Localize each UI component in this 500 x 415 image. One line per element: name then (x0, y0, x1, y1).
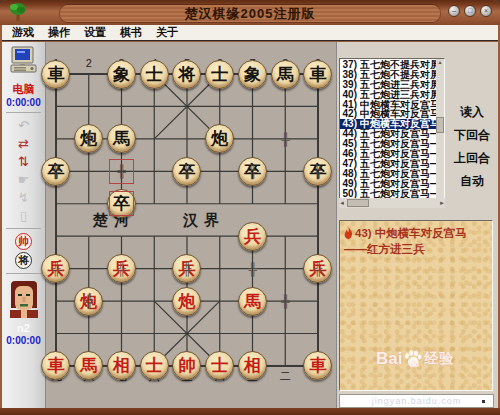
move-label: 五七炮进三兵对屏 (360, 80, 436, 90)
move-number: 50) (340, 189, 357, 199)
red-general-badge[interactable]: 帅 (15, 233, 32, 250)
close-button[interactable]: × (480, 5, 492, 17)
player-name: n2 (2, 322, 45, 335)
minimize-button[interactable]: – (448, 5, 460, 17)
piece-象-black[interactable]: 象 (238, 60, 267, 89)
point-marker-icon: ╬ (84, 133, 93, 145)
move-label: 中炮横车对反宫马 (360, 109, 436, 119)
move-label: 五七炮对反宫马— (360, 159, 436, 169)
move-label: 五七炮对反宫马— (360, 189, 436, 199)
piece-相-red[interactable]: 相 (238, 351, 267, 380)
computer-icon (2, 42, 45, 80)
window-bottom-border (0, 408, 500, 415)
point-marker-icon: ╬ (248, 263, 257, 275)
url-watermark-bar[interactable]: jingyan.baidu.com (339, 394, 494, 408)
last-move-highlight (109, 191, 134, 216)
move-label: 五七炮不提兵对屏 (360, 70, 436, 80)
piece-相-red[interactable]: 相 (107, 351, 136, 380)
right-panel: 37)五七炮不提兵对屏38)五七炮不提兵对屏39)五七炮进三兵对屏40)五七炮进… (337, 42, 498, 408)
point-marker-icon: ╬ (281, 133, 290, 145)
load-button[interactable]: 读入 (447, 104, 497, 121)
menu-about[interactable]: 关于 (156, 25, 192, 40)
point-marker-icon: ╬ (314, 165, 323, 177)
prev-round-button[interactable]: 上回合 (447, 150, 497, 167)
lightning-icon[interactable]: ↯ (18, 191, 29, 206)
menu-settings[interactable]: 设置 (84, 25, 120, 40)
piece-馬-red[interactable]: 馬 (238, 287, 267, 316)
undo-icon[interactable]: ↶ (18, 119, 29, 134)
piece-馬-black[interactable]: 馬 (271, 60, 300, 89)
move-label: 五七炮对反宫马— (360, 169, 436, 179)
page-icon[interactable]: ▯ (20, 209, 27, 224)
piece-士-red[interactable]: 士 (205, 351, 234, 380)
comment-panel: 43) 中炮横车对反宫马——红方进三兵 Bai du (339, 220, 493, 391)
piece-将-black[interactable]: 将 (172, 60, 201, 89)
point-marker-icon: ╬ (52, 165, 61, 177)
dot-mark (482, 400, 485, 403)
auto-button[interactable]: 自动 (447, 173, 497, 190)
flame-icon (344, 227, 353, 242)
piece-象-black[interactable]: 象 (107, 60, 136, 89)
piece-炮-red[interactable]: 炮 (172, 287, 201, 316)
player-timer: 0:00:00 (2, 335, 45, 346)
piece-士-black[interactable]: 士 (140, 60, 169, 89)
baidu-paw-icon: du (403, 349, 423, 369)
url-watermark-text: jingyan.baidu.com (372, 396, 462, 406)
player-avatar (2, 278, 45, 322)
move-label: 五七炮对反宫马— (360, 139, 436, 149)
piece-馬-red[interactable]: 馬 (74, 351, 103, 380)
baidu-watermark: Bai du 经验 (376, 349, 454, 369)
board-grid: ╬╬╬╬╬╬╬╬╬╬╬╬╬╬車象士将士象馬車炮馬炮卒卒卒卒卒兵兵兵兵兵炮炮馬車馬… (40, 58, 335, 382)
piece-車-red[interactable]: 車 (303, 351, 332, 380)
up-down-icon[interactable]: ⇅ (18, 155, 29, 170)
piece-炮-black[interactable]: 炮 (205, 124, 234, 153)
point-marker-icon: ╬ (281, 295, 290, 307)
move-label: 中炮横车对反宫马 (360, 100, 436, 110)
xiangqi-board[interactable]: 123456789 九八七六五四三二一 楚河 汉界 ╬╬╬╬╬╬╬╬╬╬╬╬╬╬… (46, 42, 337, 408)
point-marker-icon: ╬ (314, 263, 323, 275)
divider (6, 112, 41, 113)
toolbar-icons: ↶ ⇄ ⇅ ☛ ↯ ▯ (2, 117, 45, 224)
app-window: 楚汉棋缘2005注册版 – □ × 游戏 操作 设置 棋书 关于 (0, 0, 500, 415)
point-marker-icon: ╬ (183, 263, 192, 275)
computer-label: 电脑 (2, 82, 45, 97)
scroll-left-icon[interactable]: ◄ (339, 200, 345, 206)
piece-車-red[interactable]: 車 (41, 351, 70, 380)
piece-車-black[interactable]: 車 (303, 60, 332, 89)
move-row[interactable]: 50)五七炮对反宫马— (340, 189, 436, 199)
divider (6, 273, 41, 274)
menu-game[interactable]: 游戏 (12, 25, 48, 40)
piece-士-red[interactable]: 士 (140, 351, 169, 380)
last-move-highlight (109, 159, 134, 184)
move-label: 五七炮对反宫马— (360, 179, 436, 189)
maximize-button[interactable]: □ (464, 5, 476, 17)
window-title: 楚汉棋缘2005注册版 (0, 5, 500, 23)
scrollbar-thumb[interactable] (347, 199, 369, 207)
point-marker-icon: ╬ (248, 165, 257, 177)
menu-chessbook[interactable]: 棋书 (120, 25, 156, 40)
piece-車-black[interactable]: 車 (41, 60, 70, 89)
move-label: 五七炮不提兵对屏 (360, 60, 436, 70)
piece-士-black[interactable]: 士 (205, 60, 234, 89)
move-label: 五七炮对反宫马— (360, 149, 436, 159)
point-marker-icon: ╬ (183, 165, 192, 177)
scroll-up-icon[interactable]: ▲ (436, 59, 444, 65)
black-general-badge[interactable]: 将 (15, 252, 32, 269)
point-marker-icon: ╬ (117, 263, 126, 275)
next-round-button[interactable]: 下回合 (447, 127, 497, 144)
piece-帥-red[interactable]: 帥 (172, 351, 201, 380)
piece-馬-black[interactable]: 馬 (107, 124, 136, 153)
horizontal-scrollbar[interactable]: ◄ ► (339, 198, 445, 208)
move-label: 中炮横车对反宫马 (360, 119, 436, 129)
point-marker-icon: ╬ (52, 263, 61, 275)
scrollbar-thumb[interactable] (436, 117, 444, 133)
computer-timer: 0:00:00 (2, 97, 45, 108)
title-bar[interactable]: 楚汉棋缘2005注册版 – □ × (0, 0, 500, 25)
comment-text: 43) 中炮横车对反宫马——红方进三兵 (344, 226, 488, 256)
opening-move-list[interactable]: 37)五七炮不提兵对屏38)五七炮不提兵对屏39)五七炮进三兵对屏40)五七炮进… (339, 58, 445, 208)
menu-bar: 游戏 操作 设置 棋书 关于 (2, 25, 498, 41)
move-label: 五七炮对反宫马— (360, 129, 436, 139)
swap-sides-icon[interactable]: ⇄ (18, 137, 29, 152)
point-marker-icon: ╬ (84, 295, 93, 307)
piece-兵-red[interactable]: 兵 (238, 222, 267, 251)
vertical-scrollbar[interactable]: ▲ ▼ (436, 59, 444, 207)
divider (6, 228, 41, 229)
scroll-right-icon[interactable]: ► (439, 200, 445, 206)
menu-operation[interactable]: 操作 (48, 25, 84, 40)
hand-icon[interactable]: ☛ (18, 173, 30, 188)
move-label: 五七炮进三兵对屏 (360, 90, 436, 100)
